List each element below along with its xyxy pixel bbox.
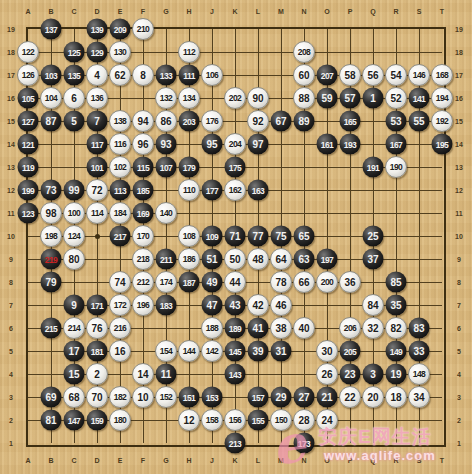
move-number: 216 bbox=[114, 323, 127, 333]
stone-J15: 176 bbox=[201, 110, 223, 132]
stone-H16: 134 bbox=[178, 87, 200, 109]
move-number: 165 bbox=[344, 116, 357, 126]
stone-T16: 194 bbox=[431, 87, 453, 109]
stone-M8: 78 bbox=[270, 271, 292, 293]
move-number: 194 bbox=[436, 93, 449, 103]
move-number: 103 bbox=[45, 70, 58, 80]
move-number: 115 bbox=[137, 162, 149, 172]
move-number: 193 bbox=[344, 139, 357, 149]
coord-label-bottom: F bbox=[141, 457, 145, 464]
stone-E13: 102 bbox=[109, 156, 131, 178]
move-number: 138 bbox=[114, 116, 127, 126]
coord-label-right: 11 bbox=[455, 210, 462, 217]
move-number: 15 bbox=[68, 369, 79, 380]
stone-H15: 203 bbox=[179, 111, 200, 132]
move-number: 83 bbox=[413, 323, 424, 334]
stone-A13: 119 bbox=[18, 157, 39, 178]
move-number: 22 bbox=[344, 392, 355, 403]
move-number: 88 bbox=[298, 93, 309, 104]
move-number: 168 bbox=[436, 70, 449, 80]
stone-D15: 7 bbox=[87, 111, 108, 132]
move-number: 69 bbox=[45, 392, 56, 403]
coord-label-left: 10 bbox=[7, 233, 15, 240]
stone-H10: 108 bbox=[178, 225, 200, 247]
stone-D13: 101 bbox=[87, 157, 108, 178]
move-number: 28 bbox=[298, 415, 309, 426]
stone-N8: 66 bbox=[293, 271, 315, 293]
stone-C6: 214 bbox=[63, 317, 85, 339]
move-number: 149 bbox=[390, 346, 403, 356]
stone-R5: 149 bbox=[386, 341, 407, 362]
stone-G16: 132 bbox=[155, 87, 177, 109]
stone-J9: 51 bbox=[202, 249, 223, 270]
coord-label-top: Q bbox=[370, 8, 375, 15]
stone-F11: 169 bbox=[133, 203, 154, 224]
move-number: 130 bbox=[114, 47, 127, 57]
stone-H17: 111 bbox=[179, 65, 200, 86]
move-number: 29 bbox=[275, 392, 286, 403]
coord-label-left: 18 bbox=[7, 49, 15, 56]
coord-label-right: 18 bbox=[455, 49, 463, 56]
coord-label-top: F bbox=[141, 8, 145, 15]
move-number: 185 bbox=[137, 185, 150, 195]
stone-O17: 207 bbox=[317, 65, 338, 86]
move-number: 135 bbox=[68, 70, 81, 80]
stone-G7: 183 bbox=[156, 295, 177, 316]
move-number: 66 bbox=[298, 277, 309, 288]
stone-M3: 29 bbox=[271, 387, 292, 408]
stone-G8: 174 bbox=[155, 271, 177, 293]
stone-G9: 211 bbox=[156, 249, 177, 270]
stone-E10: 217 bbox=[110, 226, 131, 247]
stone-F17: 8 bbox=[132, 64, 154, 86]
move-number: 209 bbox=[114, 24, 127, 34]
stone-L16: 90 bbox=[247, 87, 269, 109]
stone-O5: 30 bbox=[316, 340, 338, 362]
stone-J2: 158 bbox=[201, 409, 223, 431]
stone-D2: 159 bbox=[87, 410, 108, 431]
coord-label-left: 11 bbox=[7, 210, 14, 217]
move-number: 162 bbox=[229, 185, 242, 195]
stone-H8: 187 bbox=[179, 272, 200, 293]
stone-C5: 17 bbox=[64, 341, 85, 362]
coord-label-bottom: P bbox=[348, 457, 353, 464]
move-number: 36 bbox=[344, 277, 355, 288]
move-number: 99 bbox=[68, 185, 79, 196]
move-number: 136 bbox=[91, 93, 104, 103]
stone-B17: 103 bbox=[41, 65, 62, 86]
move-number: 77 bbox=[252, 231, 263, 242]
stone-K16: 202 bbox=[224, 87, 246, 109]
stone-C18: 125 bbox=[64, 42, 85, 63]
move-number: 68 bbox=[68, 392, 79, 403]
move-number: 127 bbox=[22, 116, 35, 126]
stone-H5: 144 bbox=[178, 340, 200, 362]
coord-label-left: 2 bbox=[9, 417, 13, 424]
stone-R7: 35 bbox=[386, 295, 407, 316]
move-number: 42 bbox=[252, 300, 263, 311]
stone-C10: 124 bbox=[63, 225, 85, 247]
move-number: 38 bbox=[275, 323, 286, 334]
stone-M5: 31 bbox=[271, 341, 292, 362]
move-number: 142 bbox=[206, 346, 219, 356]
move-number: 159 bbox=[91, 415, 104, 425]
move-number: 39 bbox=[252, 346, 263, 357]
stone-H3: 151 bbox=[179, 387, 200, 408]
stone-F4: 14 bbox=[132, 363, 154, 385]
stone-H12: 110 bbox=[178, 179, 200, 201]
coord-label-bottom: G bbox=[163, 457, 168, 464]
stone-L14: 97 bbox=[248, 134, 269, 155]
coord-label-left: 9 bbox=[9, 256, 13, 263]
coord-label-bottom: O bbox=[324, 457, 329, 464]
stone-K9: 50 bbox=[224, 248, 246, 270]
move-number: 145 bbox=[229, 346, 242, 356]
stone-R6: 82 bbox=[385, 317, 407, 339]
move-number: 71 bbox=[229, 231, 240, 242]
coord-label-left: 8 bbox=[9, 279, 13, 286]
move-number: 58 bbox=[344, 70, 355, 81]
stone-M10: 75 bbox=[271, 226, 292, 247]
move-number: 154 bbox=[160, 346, 173, 356]
stone-E6: 216 bbox=[109, 317, 131, 339]
coord-label-right: 13 bbox=[455, 164, 463, 171]
move-number: 41 bbox=[252, 323, 263, 334]
move-number: 62 bbox=[114, 70, 125, 81]
stone-M9: 64 bbox=[270, 248, 292, 270]
move-number: 203 bbox=[183, 116, 196, 126]
stone-G11: 140 bbox=[155, 202, 177, 224]
move-number: 219 bbox=[45, 254, 58, 264]
coord-label-top: E bbox=[118, 8, 123, 15]
move-number: 33 bbox=[413, 346, 424, 357]
stone-G13: 107 bbox=[156, 157, 177, 178]
stone-O8: 200 bbox=[316, 271, 338, 293]
stone-P4: 23 bbox=[340, 364, 361, 385]
move-number: 48 bbox=[252, 254, 263, 265]
stone-R14: 167 bbox=[386, 134, 407, 155]
move-number: 73 bbox=[45, 185, 56, 196]
stone-Q9: 37 bbox=[363, 249, 384, 270]
move-number: 182 bbox=[114, 392, 127, 402]
stone-R15: 53 bbox=[386, 111, 407, 132]
stone-M6: 38 bbox=[270, 317, 292, 339]
move-number: 105 bbox=[22, 93, 35, 103]
coord-label-bottom: B bbox=[48, 457, 53, 464]
move-number: 19 bbox=[390, 369, 401, 380]
stone-C2: 147 bbox=[64, 410, 85, 431]
stone-B16: 104 bbox=[40, 87, 62, 109]
stone-N10: 65 bbox=[294, 226, 315, 247]
stone-S6: 83 bbox=[409, 318, 430, 339]
move-number: 114 bbox=[91, 208, 103, 218]
move-number: 25 bbox=[367, 231, 378, 242]
stone-K14: 204 bbox=[224, 133, 246, 155]
move-number: 85 bbox=[390, 277, 401, 288]
move-number: 40 bbox=[298, 323, 309, 334]
stone-O2: 24 bbox=[316, 409, 338, 431]
coord-label-bottom: K bbox=[232, 457, 237, 464]
move-number: 137 bbox=[45, 24, 58, 34]
stone-L6: 41 bbox=[248, 318, 269, 339]
stone-Q13: 191 bbox=[363, 157, 384, 178]
move-number: 12 bbox=[183, 415, 194, 426]
stone-E14: 116 bbox=[109, 133, 131, 155]
move-number: 24 bbox=[321, 415, 332, 426]
stone-N9: 63 bbox=[294, 249, 315, 270]
coord-label-top: S bbox=[417, 8, 422, 15]
stone-D17: 4 bbox=[86, 64, 108, 86]
move-number: 27 bbox=[298, 392, 309, 403]
stone-A17: 126 bbox=[17, 64, 39, 86]
stone-E2: 180 bbox=[109, 409, 131, 431]
coord-label-left: 3 bbox=[9, 394, 13, 401]
coord-label-top: N bbox=[301, 8, 306, 15]
stone-B12: 73 bbox=[41, 180, 62, 201]
coord-label-top: L bbox=[256, 8, 260, 15]
move-number: 197 bbox=[321, 254, 334, 264]
move-number: 153 bbox=[206, 392, 219, 402]
coord-label-right: 6 bbox=[457, 325, 461, 332]
move-number: 113 bbox=[114, 185, 126, 195]
move-number: 187 bbox=[183, 277, 196, 287]
stone-N15: 89 bbox=[294, 111, 315, 132]
stone-A14: 121 bbox=[18, 134, 39, 155]
coord-label-right: 19 bbox=[455, 26, 463, 33]
move-number: 196 bbox=[137, 300, 150, 310]
coord-label-left: 16 bbox=[7, 95, 15, 102]
stone-J17: 106 bbox=[201, 64, 223, 86]
stone-D11: 114 bbox=[86, 202, 108, 224]
stone-C9: 80 bbox=[63, 248, 85, 270]
move-number: 195 bbox=[436, 139, 449, 149]
move-number: 10 bbox=[137, 392, 148, 403]
move-number: 92 bbox=[252, 116, 263, 127]
move-number: 111 bbox=[183, 70, 195, 80]
coord-label-right: 17 bbox=[455, 72, 463, 79]
stone-B8: 79 bbox=[41, 272, 62, 293]
stone-A11: 123 bbox=[18, 203, 39, 224]
move-number: 37 bbox=[367, 254, 378, 265]
coord-label-top: H bbox=[186, 8, 191, 15]
stone-P14: 193 bbox=[340, 134, 361, 155]
stone-D19: 139 bbox=[87, 19, 108, 40]
stone-E5: 16 bbox=[109, 340, 131, 362]
coord-label-right: 15 bbox=[455, 118, 463, 125]
move-number: 49 bbox=[206, 277, 217, 288]
coord-label-right: 3 bbox=[457, 394, 461, 401]
move-number: 139 bbox=[91, 24, 104, 34]
move-number: 126 bbox=[22, 70, 35, 80]
move-number: 5 bbox=[71, 116, 77, 127]
stone-P5: 205 bbox=[340, 341, 361, 362]
stone-B15: 87 bbox=[41, 111, 62, 132]
move-number: 9 bbox=[71, 300, 77, 311]
coord-label-bottom: D bbox=[94, 457, 99, 464]
stone-G15: 86 bbox=[155, 110, 177, 132]
move-number: 56 bbox=[367, 70, 378, 81]
stone-B10: 198 bbox=[40, 225, 62, 247]
move-number: 84 bbox=[367, 300, 378, 311]
stone-E8: 74 bbox=[109, 271, 131, 293]
move-number: 104 bbox=[45, 93, 58, 103]
stone-G5: 154 bbox=[155, 340, 177, 362]
move-number: 14 bbox=[137, 369, 148, 380]
stone-A12: 199 bbox=[18, 180, 39, 201]
move-number: 97 bbox=[252, 139, 263, 150]
move-number: 89 bbox=[298, 116, 309, 127]
move-number: 144 bbox=[183, 346, 196, 356]
coord-label-right: 9 bbox=[457, 256, 461, 263]
stone-B2: 81 bbox=[41, 410, 62, 431]
stone-K7: 43 bbox=[225, 295, 246, 316]
stone-H2: 12 bbox=[178, 409, 200, 431]
move-number: 50 bbox=[229, 254, 240, 265]
stone-R4: 19 bbox=[386, 364, 407, 385]
stone-C7: 9 bbox=[64, 295, 85, 316]
stone-Q7: 84 bbox=[362, 294, 384, 316]
move-number: 188 bbox=[206, 323, 219, 333]
stone-Q3: 20 bbox=[362, 386, 384, 408]
stone-J5: 142 bbox=[201, 340, 223, 362]
stone-N18: 208 bbox=[293, 41, 315, 63]
move-number: 11 bbox=[161, 369, 172, 380]
move-number: 82 bbox=[390, 323, 401, 334]
coord-label-left: 15 bbox=[7, 118, 15, 125]
stone-D18: 129 bbox=[87, 42, 108, 63]
move-number: 124 bbox=[68, 231, 81, 241]
move-number: 150 bbox=[275, 415, 288, 425]
move-number: 64 bbox=[275, 254, 286, 265]
move-number: 172 bbox=[114, 300, 127, 310]
move-number: 163 bbox=[252, 185, 265, 195]
stone-N16: 88 bbox=[293, 87, 315, 109]
stone-A18: 122 bbox=[17, 41, 39, 63]
coord-label-left: 6 bbox=[9, 325, 13, 332]
stone-K8: 44 bbox=[224, 271, 246, 293]
coord-label-left: 5 bbox=[9, 348, 13, 355]
stone-O4: 26 bbox=[316, 363, 338, 385]
move-number: 170 bbox=[137, 231, 150, 241]
stone-E11: 184 bbox=[109, 202, 131, 224]
move-number: 112 bbox=[183, 47, 195, 57]
stone-F19: 210 bbox=[132, 18, 154, 40]
stone-M15: 67 bbox=[271, 111, 292, 132]
coord-label-right: 16 bbox=[455, 95, 463, 102]
stone-Q10: 25 bbox=[363, 226, 384, 247]
move-number: 72 bbox=[91, 185, 102, 196]
move-number: 123 bbox=[22, 208, 35, 218]
move-number: 7 bbox=[94, 116, 100, 127]
move-number: 156 bbox=[229, 415, 242, 425]
coord-label-left: 17 bbox=[7, 72, 15, 79]
move-number: 199 bbox=[22, 185, 35, 195]
coord-label-bottom: J bbox=[210, 457, 214, 464]
stone-F8: 212 bbox=[132, 271, 154, 293]
move-number: 190 bbox=[390, 162, 403, 172]
move-number: 90 bbox=[252, 93, 263, 104]
stone-J6: 188 bbox=[201, 317, 223, 339]
move-number: 152 bbox=[160, 392, 173, 402]
move-number: 208 bbox=[298, 47, 311, 57]
coord-label-top: C bbox=[71, 8, 76, 15]
move-number: 54 bbox=[390, 70, 401, 81]
move-number: 70 bbox=[91, 392, 102, 403]
stone-P6: 206 bbox=[339, 317, 361, 339]
stone-F15: 94 bbox=[132, 110, 154, 132]
coord-label-right: 1 bbox=[457, 440, 461, 447]
move-number: 93 bbox=[160, 139, 171, 150]
stone-J10: 109 bbox=[202, 226, 223, 247]
move-number: 31 bbox=[275, 346, 286, 357]
coord-label-top: B bbox=[48, 8, 53, 15]
stone-M7: 46 bbox=[270, 294, 292, 316]
coord-label-top: D bbox=[94, 8, 99, 15]
stone-N6: 40 bbox=[293, 317, 315, 339]
move-number: 67 bbox=[275, 116, 286, 127]
move-number: 30 bbox=[321, 346, 332, 357]
move-number: 213 bbox=[229, 438, 242, 448]
stone-L5: 39 bbox=[248, 341, 269, 362]
coord-label-right: 2 bbox=[457, 417, 461, 424]
stone-C12: 99 bbox=[64, 180, 85, 201]
stone-E3: 182 bbox=[109, 386, 131, 408]
stone-C4: 15 bbox=[64, 364, 85, 385]
stone-D4: 2 bbox=[86, 363, 108, 385]
stone-K4: 143 bbox=[225, 364, 246, 385]
coord-label-bottom: T bbox=[440, 457, 444, 464]
coord-label-left: 1 bbox=[9, 440, 13, 447]
stone-K10: 71 bbox=[225, 226, 246, 247]
stone-F14: 96 bbox=[132, 133, 154, 155]
move-number: 214 bbox=[68, 323, 81, 333]
coord-label-top: R bbox=[393, 8, 398, 15]
stone-D3: 70 bbox=[86, 386, 108, 408]
stone-D12: 72 bbox=[86, 179, 108, 201]
move-number: 21 bbox=[321, 392, 332, 403]
move-number: 217 bbox=[114, 231, 127, 241]
coord-label-bottom: S bbox=[417, 457, 422, 464]
move-number: 43 bbox=[229, 300, 240, 311]
stone-R13: 190 bbox=[385, 156, 407, 178]
coord-label-top: A bbox=[25, 8, 30, 15]
stone-K2: 156 bbox=[224, 409, 246, 431]
move-number: 109 bbox=[206, 231, 219, 241]
move-number: 96 bbox=[137, 139, 148, 150]
go-board-diagram: AABBCCDDEEFFGGHHJJKKLLMMNNOOPPQQRRSSTT19… bbox=[0, 0, 472, 474]
move-number: 176 bbox=[206, 116, 219, 126]
move-number: 171 bbox=[91, 300, 104, 310]
stone-D14: 117 bbox=[87, 134, 108, 155]
coord-label-top: M bbox=[278, 8, 284, 15]
coord-label-bottom: Q bbox=[370, 457, 375, 464]
move-number: 44 bbox=[229, 277, 240, 288]
stone-P15: 165 bbox=[340, 111, 361, 132]
stone-F10: 170 bbox=[132, 225, 154, 247]
move-number: 212 bbox=[137, 277, 150, 287]
stone-B3: 69 bbox=[41, 387, 62, 408]
coord-label-left: 19 bbox=[7, 26, 15, 33]
stone-K6: 189 bbox=[225, 318, 246, 339]
move-number: 141 bbox=[413, 93, 426, 103]
stone-E18: 130 bbox=[109, 41, 131, 63]
move-number: 129 bbox=[91, 47, 104, 57]
stone-K12: 162 bbox=[224, 179, 246, 201]
coord-label-top: P bbox=[348, 8, 353, 15]
move-number: 8 bbox=[140, 70, 146, 81]
stone-F12: 185 bbox=[133, 180, 154, 201]
move-number: 211 bbox=[160, 254, 172, 264]
